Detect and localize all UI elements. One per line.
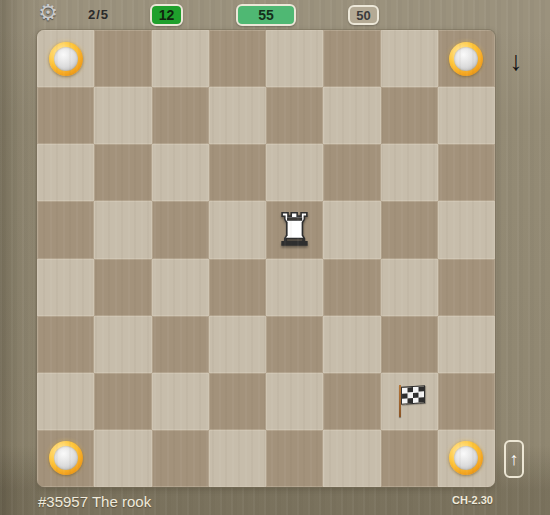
square-d1[interactable]	[209, 430, 266, 487]
coin-icon-a1	[49, 441, 83, 475]
square-a3[interactable]	[37, 316, 94, 373]
round-indicator: 2/5	[88, 7, 109, 22]
square-c5[interactable]	[152, 201, 209, 258]
square-d5[interactable]	[209, 201, 266, 258]
square-b2[interactable]	[94, 373, 151, 430]
square-g2[interactable]	[381, 373, 438, 430]
square-f5[interactable]	[323, 201, 380, 258]
square-c6[interactable]	[152, 144, 209, 201]
square-c4[interactable]	[152, 259, 209, 316]
square-g6[interactable]	[381, 144, 438, 201]
square-f1[interactable]	[323, 430, 380, 487]
square-f7[interactable]	[323, 87, 380, 144]
square-e4[interactable]	[266, 259, 323, 316]
square-e5[interactable]: ♜	[266, 201, 323, 258]
square-a1[interactable]	[37, 430, 94, 487]
square-c2[interactable]	[152, 373, 209, 430]
app-background: ⚙ 2/5 12 55 50 ♜ ↓ ↑ #35957 The rook CH-…	[0, 0, 550, 515]
square-a2[interactable]	[37, 373, 94, 430]
coin-icon-h8	[449, 42, 483, 76]
counter-green-small: 12	[150, 4, 183, 26]
square-e6[interactable]	[266, 144, 323, 201]
square-a7[interactable]	[37, 87, 94, 144]
square-b6[interactable]	[94, 144, 151, 201]
square-f6[interactable]	[323, 144, 380, 201]
square-b7[interactable]	[94, 87, 151, 144]
square-a4[interactable]	[37, 259, 94, 316]
coin-icon-a8	[49, 42, 83, 76]
coin-center	[54, 47, 78, 71]
square-g4[interactable]	[381, 259, 438, 316]
square-g8[interactable]	[381, 30, 438, 87]
counter-plain: 50	[348, 5, 379, 25]
square-f3[interactable]	[323, 316, 380, 373]
square-g3[interactable]	[381, 316, 438, 373]
square-e8[interactable]	[266, 30, 323, 87]
square-d6[interactable]	[209, 144, 266, 201]
square-h7[interactable]	[438, 87, 495, 144]
square-b8[interactable]	[94, 30, 151, 87]
coin-center	[454, 47, 478, 71]
arrow-down-icon[interactable]: ↓	[503, 44, 529, 78]
square-a8[interactable]	[37, 30, 94, 87]
square-b3[interactable]	[94, 316, 151, 373]
square-e3[interactable]	[266, 316, 323, 373]
square-b1[interactable]	[94, 430, 151, 487]
square-g7[interactable]	[381, 87, 438, 144]
square-e1[interactable]	[266, 430, 323, 487]
square-h3[interactable]	[438, 316, 495, 373]
square-c1[interactable]	[152, 430, 209, 487]
square-b4[interactable]	[94, 259, 151, 316]
square-c8[interactable]	[152, 30, 209, 87]
flag-cloth	[401, 385, 425, 405]
square-d8[interactable]	[209, 30, 266, 87]
puzzle-label: #35957 The rook	[38, 493, 151, 510]
square-e2[interactable]	[266, 373, 323, 430]
square-f8[interactable]	[323, 30, 380, 87]
square-c3[interactable]	[152, 316, 209, 373]
square-f2[interactable]	[323, 373, 380, 430]
square-f4[interactable]	[323, 259, 380, 316]
square-h5[interactable]	[438, 201, 495, 258]
square-d4[interactable]	[209, 259, 266, 316]
square-g5[interactable]	[381, 201, 438, 258]
square-a6[interactable]	[37, 144, 94, 201]
finish-flag-icon	[394, 383, 424, 419]
square-g1[interactable]	[381, 430, 438, 487]
square-h6[interactable]	[438, 144, 495, 201]
chess-board[interactable]: ♜	[37, 30, 495, 487]
square-a5[interactable]	[37, 201, 94, 258]
version-label: CH-2.30	[452, 494, 493, 506]
coin-icon-h1	[449, 441, 483, 475]
counter-green-wide: 55	[236, 4, 296, 26]
square-h2[interactable]	[438, 373, 495, 430]
square-c7[interactable]	[152, 87, 209, 144]
white-rook-e5[interactable]: ♜	[275, 208, 314, 252]
square-e7[interactable]	[266, 87, 323, 144]
square-h4[interactable]	[438, 259, 495, 316]
coin-center	[454, 446, 478, 470]
arrow-up-button[interactable]: ↑	[504, 440, 524, 478]
square-d2[interactable]	[209, 373, 266, 430]
coin-center	[54, 446, 78, 470]
square-d3[interactable]	[209, 316, 266, 373]
square-h1[interactable]	[438, 430, 495, 487]
settings-gear-icon[interactable]: ⚙	[36, 1, 60, 25]
square-h8[interactable]	[438, 30, 495, 87]
square-b5[interactable]	[94, 201, 151, 258]
square-d7[interactable]	[209, 87, 266, 144]
